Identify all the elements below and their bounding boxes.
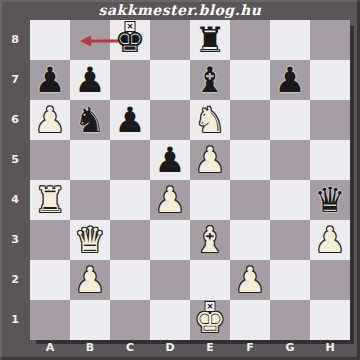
square-e2 [190,260,230,300]
site-title: sakkmester.blog.hu [0,0,360,20]
black-bishop: ♝ [190,60,230,100]
square-a6: ♟ [30,100,70,140]
square-c5 [110,140,150,180]
rank-labels: 87654321 [0,20,30,340]
square-b6: ♞ [70,100,110,140]
black-pawn: ♟ [110,100,150,140]
square-f8 [230,20,270,60]
file-label-g: G [270,340,310,357]
square-f2: ♟ [230,260,270,300]
white-knight: ♞ [190,100,230,140]
file-label-c: C [110,340,150,357]
square-b2: ♟ [70,260,110,300]
square-c3 [110,220,150,260]
white-pawn: ♟ [230,260,270,300]
square-a2 [30,260,70,300]
black-rook: ♜ [190,20,230,60]
square-d5: ♟ [150,140,190,180]
square-e6: ♞ [190,100,230,140]
file-label-b: B [70,340,110,357]
square-b4 [70,180,110,220]
file-label-e: E [190,340,230,357]
rank-label-6: 6 [0,100,30,140]
square-f3 [230,220,270,260]
white-queen: ♛ [70,220,110,260]
square-g3 [270,220,310,260]
file-label-h: H [310,340,350,357]
square-g7: ♟ [270,60,310,100]
file-label-f: F [230,340,270,357]
square-b8 [70,20,110,60]
square-g2 [270,260,310,300]
square-h3: ♟ [310,220,350,260]
square-g8 [270,20,310,60]
king-cross-icon: × [205,301,216,312]
square-b1 [70,300,110,340]
square-e4 [190,180,230,220]
square-a4: ♜ [30,180,70,220]
square-g1 [270,300,310,340]
black-pawn: ♟ [270,60,310,100]
rank-label-4: 4 [0,180,30,220]
white-rook: ♜ [30,180,70,220]
square-h1 [310,300,350,340]
square-c6: ♟ [110,100,150,140]
rank-label-1: 1 [0,300,30,340]
square-f6 [230,100,270,140]
white-pawn: ♟ [310,220,350,260]
black-knight: ♞ [70,100,110,140]
square-d8 [150,20,190,60]
white-pawn: ♟ [70,260,110,300]
board: ♚×♜♟♟♝♟♟♞♟♞♟♟♜♟♛♛♝♟♟♟♚× [30,20,350,340]
square-a3 [30,220,70,260]
square-d7 [150,60,190,100]
square-d3 [150,220,190,260]
square-d6 [150,100,190,140]
square-f4 [230,180,270,220]
square-e3: ♝ [190,220,230,260]
square-d1 [150,300,190,340]
square-g6 [270,100,310,140]
square-h2 [310,260,350,300]
square-g4 [270,180,310,220]
square-c1 [110,300,150,340]
file-label-d: D [150,340,190,357]
square-e8: ♜ [190,20,230,60]
white-pawn: ♟ [30,100,70,140]
square-a5 [30,140,70,180]
rank-label-8: 8 [0,20,30,60]
king-cross-icon: × [125,21,136,32]
square-h8 [310,20,350,60]
square-c8: ♚× [110,20,150,60]
square-h5 [310,140,350,180]
black-pawn: ♟ [150,140,190,180]
chess-diagram: sakkmester.blog.hu ♚×♜♟♟♝♟♟♞♟♞♟♟♜♟♛♛♝♟♟♟… [0,0,360,360]
file-label-a: A [30,340,70,357]
rank-label-3: 3 [0,220,30,260]
square-a8 [30,20,70,60]
file-labels: ABCDEFGH [30,340,350,357]
white-pawn: ♟ [190,140,230,180]
square-a7: ♟ [30,60,70,100]
square-b5 [70,140,110,180]
square-b3: ♛ [70,220,110,260]
square-c7 [110,60,150,100]
square-e5: ♟ [190,140,230,180]
square-h7 [310,60,350,100]
square-e1: ♚× [190,300,230,340]
square-c2 [110,260,150,300]
square-c4 [110,180,150,220]
black-pawn: ♟ [30,60,70,100]
square-a1 [30,300,70,340]
square-h6 [310,100,350,140]
rank-label-7: 7 [0,60,30,100]
square-e7: ♝ [190,60,230,100]
rank-label-5: 5 [0,140,30,180]
square-b7: ♟ [70,60,110,100]
square-f1 [230,300,270,340]
white-bishop: ♝ [190,220,230,260]
square-g5 [270,140,310,180]
black-pawn: ♟ [70,60,110,100]
square-h4: ♛ [310,180,350,220]
square-d4: ♟ [150,180,190,220]
black-queen: ♛ [310,180,350,220]
rank-label-2: 2 [0,260,30,300]
square-f5 [230,140,270,180]
square-d2 [150,260,190,300]
white-pawn: ♟ [150,180,190,220]
square-f7 [230,60,270,100]
